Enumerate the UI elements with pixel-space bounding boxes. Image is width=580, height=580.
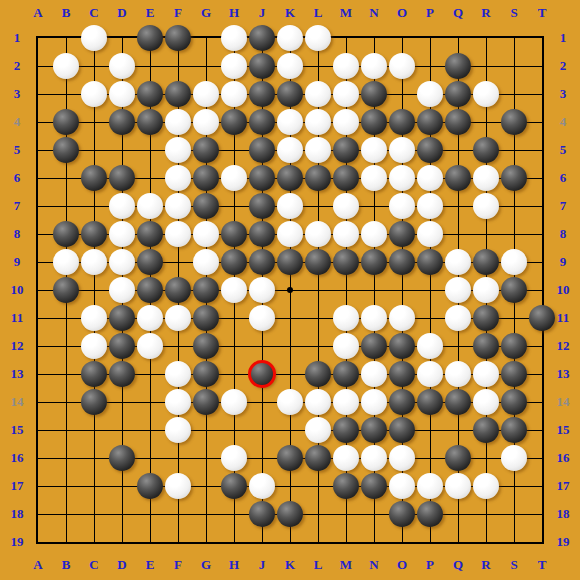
black-stone-C13 [81,361,107,387]
black-stone-E4 [137,109,163,135]
row-label-right-13: 13 [551,367,575,381]
white-stone-M16 [333,445,359,471]
black-stone-K9 [277,249,303,275]
white-stone-M12 [333,333,359,359]
black-stone-C6 [81,165,107,191]
black-stone-O12 [389,333,415,359]
white-stone-M7 [333,193,359,219]
black-stone-J2 [249,53,275,79]
black-stone-G7 [193,193,219,219]
row-label-right-18: 18 [551,507,575,521]
black-stone-L16 [305,445,331,471]
black-stone-S12 [501,333,527,359]
white-stone-L5 [305,137,331,163]
white-stone-S9 [501,249,527,275]
column-label-bottom-R: R [474,558,498,572]
row-label-right-15: 15 [551,423,575,437]
column-label-bottom-E: E [138,558,162,572]
row-label-right-10: 10 [551,283,575,297]
black-stone-D13 [109,361,135,387]
column-label-top-E: E [138,6,162,20]
row-label-left-19: 19 [5,535,29,549]
white-stone-N14 [361,389,387,415]
column-label-top-S: S [502,6,526,20]
row-label-right-4: 4 [551,115,575,129]
white-stone-R14 [473,389,499,415]
row-label-left-3: 3 [5,87,29,101]
black-stone-L9 [305,249,331,275]
white-stone-Q11 [445,305,471,331]
white-stone-F11 [165,305,191,331]
row-label-left-13: 13 [5,367,29,381]
white-stone-H10 [221,277,247,303]
white-stone-L1 [305,25,331,51]
white-stone-E12 [137,333,163,359]
column-label-bottom-H: H [222,558,246,572]
white-stone-R7 [473,193,499,219]
white-stone-G9 [193,249,219,275]
black-stone-O9 [389,249,415,275]
black-stone-P9 [417,249,443,275]
black-stone-M9 [333,249,359,275]
white-stone-F8 [165,221,191,247]
white-stone-D3 [109,81,135,107]
black-stone-P18 [417,501,443,527]
black-stone-K6 [277,165,303,191]
black-stone-G14 [193,389,219,415]
white-stone-K2 [277,53,303,79]
black-stone-D4 [109,109,135,135]
row-label-left-18: 18 [5,507,29,521]
black-stone-D11 [109,305,135,331]
white-stone-J10 [249,277,275,303]
black-stone-O13 [389,361,415,387]
column-label-top-L: L [306,6,330,20]
black-stone-B5 [53,137,79,163]
black-stone-N4 [361,109,387,135]
column-label-bottom-D: D [110,558,134,572]
black-stone-E8 [137,221,163,247]
black-stone-J4 [249,109,275,135]
black-stone-Q6 [445,165,471,191]
row-label-left-8: 8 [5,227,29,241]
row-label-right-8: 8 [551,227,575,241]
white-stone-O16 [389,445,415,471]
black-stone-O8 [389,221,415,247]
white-stone-L3 [305,81,331,107]
black-stone-N15 [361,417,387,443]
black-stone-Q4 [445,109,471,135]
white-stone-P17 [417,473,443,499]
black-stone-R12 [473,333,499,359]
white-stone-C3 [81,81,107,107]
white-stone-P8 [417,221,443,247]
row-label-left-1: 1 [5,31,29,45]
white-stone-R3 [473,81,499,107]
column-label-top-H: H [222,6,246,20]
black-stone-E1 [137,25,163,51]
white-stone-R10 [473,277,499,303]
column-label-top-A: A [26,6,50,20]
white-stone-F5 [165,137,191,163]
black-stone-E10 [137,277,163,303]
white-stone-K7 [277,193,303,219]
black-stone-R15 [473,417,499,443]
white-stone-H3 [221,81,247,107]
column-label-top-P: P [418,6,442,20]
white-stone-M4 [333,109,359,135]
row-label-left-6: 6 [5,171,29,185]
row-label-right-16: 16 [551,451,575,465]
row-label-left-14: 14 [5,395,29,409]
row-label-left-2: 2 [5,59,29,73]
black-stone-E17 [137,473,163,499]
black-stone-N12 [361,333,387,359]
white-stone-O7 [389,193,415,219]
black-stone-L13 [305,361,331,387]
black-stone-P4 [417,109,443,135]
white-stone-F6 [165,165,191,191]
white-stone-L8 [305,221,331,247]
black-stone-R11 [473,305,499,331]
black-stone-E3 [137,81,163,107]
column-label-bottom-N: N [362,558,386,572]
black-stone-N17 [361,473,387,499]
white-stone-G4 [193,109,219,135]
go-board-app: AABBCCDDEEFFGGHHJJKKLLMMNNOOPPQQRRSSTT11… [0,0,580,580]
black-stone-D12 [109,333,135,359]
row-label-right-1: 1 [551,31,575,45]
black-stone-J18 [249,501,275,527]
white-stone-P7 [417,193,443,219]
white-stone-E11 [137,305,163,331]
column-label-bottom-K: K [278,558,302,572]
black-stone-K3 [277,81,303,107]
white-stone-M2 [333,53,359,79]
row-label-right-7: 7 [551,199,575,213]
white-stone-N11 [361,305,387,331]
black-stone-K16 [277,445,303,471]
black-stone-G11 [193,305,219,331]
black-stone-F3 [165,81,191,107]
column-label-bottom-F: F [166,558,190,572]
black-stone-J1 [249,25,275,51]
row-label-left-4: 4 [5,115,29,129]
black-stone-C8 [81,221,107,247]
white-stone-F14 [165,389,191,415]
grid-line-horizontal [38,430,543,431]
white-stone-C12 [81,333,107,359]
column-label-top-O: O [390,6,414,20]
black-stone-B4 [53,109,79,135]
white-stone-D9 [109,249,135,275]
white-stone-O5 [389,137,415,163]
white-stone-F17 [165,473,191,499]
black-stone-P14 [417,389,443,415]
white-stone-R6 [473,165,499,191]
white-stone-P12 [417,333,443,359]
white-stone-K4 [277,109,303,135]
white-stone-K1 [277,25,303,51]
white-stone-K5 [277,137,303,163]
black-stone-H8 [221,221,247,247]
column-label-bottom-L: L [306,558,330,572]
white-stone-M3 [333,81,359,107]
row-label-right-2: 2 [551,59,575,73]
white-stone-R17 [473,473,499,499]
white-stone-O6 [389,165,415,191]
row-label-right-14: 14 [551,395,575,409]
black-stone-J5 [249,137,275,163]
row-label-left-9: 9 [5,255,29,269]
column-label-bottom-P: P [418,558,442,572]
white-stone-F15 [165,417,191,443]
white-stone-F7 [165,193,191,219]
black-stone-Q14 [445,389,471,415]
row-label-right-17: 17 [551,479,575,493]
white-stone-Q9 [445,249,471,275]
white-stone-P6 [417,165,443,191]
black-stone-Q16 [445,445,471,471]
black-stone-J9 [249,249,275,275]
column-label-bottom-G: G [194,558,218,572]
white-stone-J11 [249,305,275,331]
white-stone-H14 [221,389,247,415]
row-label-right-12: 12 [551,339,575,353]
black-stone-O14 [389,389,415,415]
white-stone-O11 [389,305,415,331]
white-stone-B9 [53,249,79,275]
white-stone-H6 [221,165,247,191]
white-stone-C1 [81,25,107,51]
black-stone-G13 [193,361,219,387]
column-label-top-N: N [362,6,386,20]
row-label-right-3: 3 [551,87,575,101]
black-stone-J8 [249,221,275,247]
white-stone-Q10 [445,277,471,303]
white-stone-P13 [417,361,443,387]
white-stone-C11 [81,305,107,331]
black-stone-N3 [361,81,387,107]
black-stone-R9 [473,249,499,275]
row-label-left-11: 11 [5,311,29,325]
black-stone-J6 [249,165,275,191]
column-label-top-C: C [82,6,106,20]
row-label-left-16: 16 [5,451,29,465]
white-stone-M11 [333,305,359,331]
white-stone-J17 [249,473,275,499]
row-label-left-17: 17 [5,479,29,493]
black-stone-S4 [501,109,527,135]
white-stone-L4 [305,109,331,135]
black-stone-M15 [333,417,359,443]
white-stone-M14 [333,389,359,415]
white-stone-C9 [81,249,107,275]
row-label-left-10: 10 [5,283,29,297]
row-label-left-15: 15 [5,423,29,437]
black-stone-S10 [501,277,527,303]
black-stone-H4 [221,109,247,135]
black-stone-K18 [277,501,303,527]
column-label-top-F: F [166,6,190,20]
white-stone-G8 [193,221,219,247]
white-stone-O17 [389,473,415,499]
black-stone-G5 [193,137,219,163]
column-label-bottom-S: S [502,558,526,572]
white-stone-D8 [109,221,135,247]
white-stone-Q13 [445,361,471,387]
black-stone-G6 [193,165,219,191]
black-stone-B8 [53,221,79,247]
black-stone-L6 [305,165,331,191]
column-label-top-J: J [250,6,274,20]
black-stone-O15 [389,417,415,443]
row-label-right-6: 6 [551,171,575,185]
row-label-right-11: 11 [551,311,575,325]
black-stone-H17 [221,473,247,499]
star-point-K10 [287,287,293,293]
white-stone-D10 [109,277,135,303]
column-label-top-Q: Q [446,6,470,20]
white-stone-M8 [333,221,359,247]
black-stone-S15 [501,417,527,443]
white-stone-F4 [165,109,191,135]
black-stone-J3 [249,81,275,107]
black-stone-F10 [165,277,191,303]
black-stone-S6 [501,165,527,191]
black-stone-H9 [221,249,247,275]
white-stone-L14 [305,389,331,415]
black-stone-G10 [193,277,219,303]
black-stone-B10 [53,277,79,303]
column-label-bottom-O: O [390,558,414,572]
column-label-top-B: B [54,6,78,20]
column-label-top-K: K [278,6,302,20]
black-stone-P5 [417,137,443,163]
white-stone-O2 [389,53,415,79]
column-label-top-D: D [110,6,134,20]
white-stone-K8 [277,221,303,247]
white-stone-H16 [221,445,247,471]
white-stone-B2 [53,53,79,79]
black-stone-N9 [361,249,387,275]
black-stone-R5 [473,137,499,163]
black-stone-S13 [501,361,527,387]
black-stone-M5 [333,137,359,163]
black-stone-M6 [333,165,359,191]
white-stone-N2 [361,53,387,79]
white-stone-D2 [109,53,135,79]
column-label-bottom-M: M [334,558,358,572]
last-move-marker [248,360,276,388]
row-label-left-7: 7 [5,199,29,213]
white-stone-S16 [501,445,527,471]
white-stone-H2 [221,53,247,79]
white-stone-G3 [193,81,219,107]
row-label-left-5: 5 [5,143,29,157]
black-stone-D6 [109,165,135,191]
white-stone-N16 [361,445,387,471]
black-stone-Q3 [445,81,471,107]
column-label-top-M: M [334,6,358,20]
black-stone-E9 [137,249,163,275]
row-label-right-19: 19 [551,535,575,549]
column-label-bottom-C: C [82,558,106,572]
white-stone-H1 [221,25,247,51]
black-stone-O4 [389,109,415,135]
column-label-top-R: R [474,6,498,20]
white-stone-D7 [109,193,135,219]
white-stone-N8 [361,221,387,247]
black-stone-F1 [165,25,191,51]
black-stone-C14 [81,389,107,415]
white-stone-N5 [361,137,387,163]
white-stone-R13 [473,361,499,387]
black-stone-G12 [193,333,219,359]
black-stone-D16 [109,445,135,471]
black-stone-S14 [501,389,527,415]
black-stone-M17 [333,473,359,499]
black-stone-M13 [333,361,359,387]
column-label-bottom-B: B [54,558,78,572]
row-label-left-12: 12 [5,339,29,353]
column-label-bottom-T: T [530,558,554,572]
column-label-top-G: G [194,6,218,20]
column-label-top-T: T [530,6,554,20]
white-stone-E7 [137,193,163,219]
column-label-bottom-Q: Q [446,558,470,572]
column-label-bottom-A: A [26,558,50,572]
black-stone-O18 [389,501,415,527]
black-stone-J7 [249,193,275,219]
white-stone-F13 [165,361,191,387]
white-stone-Q17 [445,473,471,499]
white-stone-N13 [361,361,387,387]
black-stone-Q2 [445,53,471,79]
white-stone-K14 [277,389,303,415]
white-stone-N6 [361,165,387,191]
white-stone-L15 [305,417,331,443]
row-label-right-9: 9 [551,255,575,269]
white-stone-P3 [417,81,443,107]
row-label-right-5: 5 [551,143,575,157]
column-label-bottom-J: J [250,558,274,572]
